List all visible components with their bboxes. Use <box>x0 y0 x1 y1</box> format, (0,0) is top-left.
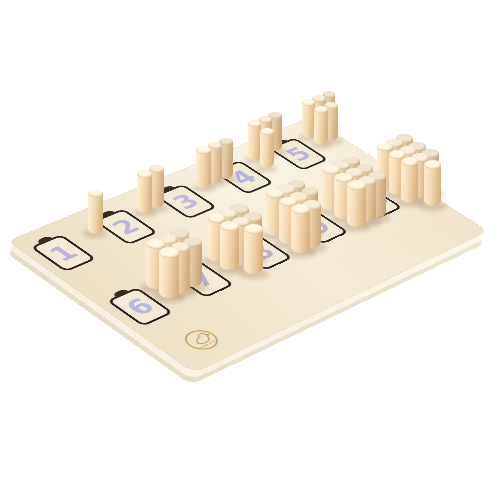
peg-top <box>421 149 439 158</box>
peg-top <box>268 112 282 119</box>
peg-top <box>377 143 393 151</box>
wooden-peg-for-10[interactable] <box>408 142 425 186</box>
product-photo-counting-board: 12345678910 small foot <box>0 0 500 500</box>
tile-number: 2 <box>107 216 146 238</box>
peg-top <box>149 165 164 173</box>
tile-number: 5 <box>280 144 316 164</box>
peg-top <box>314 106 328 113</box>
peg-top <box>137 170 152 178</box>
peg-top <box>396 134 413 143</box>
wooden-peg-for-5[interactable] <box>323 91 336 129</box>
peg-top <box>408 142 425 151</box>
peg-body <box>396 139 413 178</box>
wooden-peg-for-10[interactable] <box>421 149 439 194</box>
tile-number: 7 <box>182 267 221 290</box>
board-surface: 12345678910 small foot <box>7 117 488 373</box>
peg-top <box>324 102 338 109</box>
peg-top <box>88 190 103 198</box>
peg-top <box>389 150 406 159</box>
peg-top <box>411 153 429 162</box>
peg-top <box>401 157 418 166</box>
tile-number: 6 <box>120 295 160 319</box>
peg-top <box>424 160 442 169</box>
peg-top <box>323 91 336 98</box>
tile-number: 1 <box>44 242 84 265</box>
peg-body <box>323 94 336 129</box>
peg-top <box>302 99 315 106</box>
peg-top <box>312 95 326 102</box>
tile-number: 9 <box>299 216 336 237</box>
peg-top <box>386 139 403 148</box>
wooden-peg-for-10[interactable] <box>396 134 413 177</box>
peg-top <box>248 120 261 127</box>
board-grid: 12345678910 <box>8 117 487 372</box>
peg-body <box>408 146 425 186</box>
peg-body <box>421 153 439 193</box>
tile-number: 3 <box>167 191 205 212</box>
peg-top <box>208 142 222 149</box>
peg-top <box>219 138 233 145</box>
tile-finger-notch <box>345 186 362 194</box>
peg-top <box>258 116 272 123</box>
tile-number: 4 <box>225 167 262 188</box>
peg-top <box>399 146 416 155</box>
tile-number: 8 <box>242 241 280 263</box>
tile-number: 10 <box>353 191 392 212</box>
peg-top <box>196 146 211 154</box>
